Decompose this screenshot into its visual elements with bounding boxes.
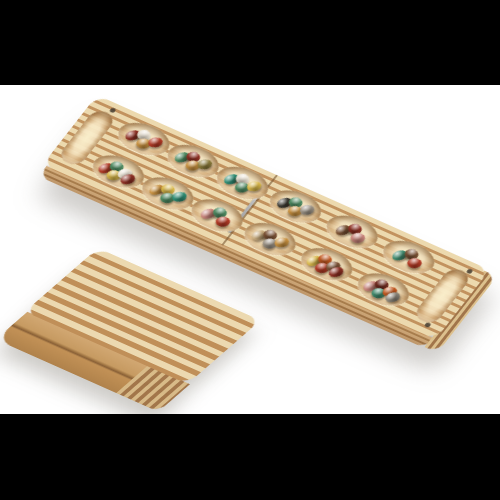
- magnet-dot: [109, 107, 117, 113]
- mancala-board-closed: [25, 248, 261, 384]
- product-photo-stage: [0, 0, 500, 500]
- magnet-dot: [424, 322, 432, 328]
- letterbox-top: [0, 0, 500, 85]
- letterbox-bottom: [0, 414, 500, 500]
